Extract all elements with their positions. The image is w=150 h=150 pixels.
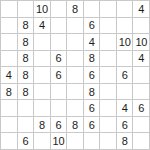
empty-cell[interactable] [67,84,83,100]
empty-cell[interactable] [133,117,149,133]
clue-cell: 6 [84,18,100,34]
empty-cell[interactable] [100,67,116,83]
clue-cell: 4 [34,18,50,34]
clue-cell: 10 [51,133,67,149]
empty-cell[interactable] [100,100,116,116]
empty-cell[interactable] [133,18,149,34]
clue-cell: 4 [84,34,100,50]
clue-cell: 10 [117,34,133,50]
clue-cell: 8 [1,84,17,100]
clue-cell: 6 [51,51,67,67]
clue-cell: 8 [67,1,83,17]
empty-cell[interactable] [84,133,100,149]
empty-cell[interactable] [133,67,149,83]
empty-cell[interactable] [1,117,17,133]
empty-cell[interactable] [18,100,34,116]
clue-cell: 8 [84,51,100,67]
empty-cell[interactable] [67,67,83,83]
clue-cell: 6 [117,117,133,133]
empty-cell[interactable] [34,51,50,67]
empty-cell[interactable] [51,100,67,116]
empty-cell[interactable] [51,1,67,17]
clue-cell: 8 [67,117,83,133]
empty-cell[interactable] [117,18,133,34]
empty-cell[interactable] [100,51,116,67]
empty-cell[interactable] [51,34,67,50]
empty-cell[interactable] [34,34,50,50]
puzzle-board: 1084846841010868448666888646868666108 [0,0,150,150]
clue-cell: 4 [133,1,149,17]
empty-cell[interactable] [117,1,133,17]
empty-cell[interactable] [67,133,83,149]
empty-cell[interactable] [67,18,83,34]
clue-cell: 4 [117,100,133,116]
empty-cell[interactable] [117,51,133,67]
empty-cell[interactable] [51,84,67,100]
empty-cell[interactable] [133,84,149,100]
clue-cell: 6 [84,100,100,116]
empty-cell[interactable] [1,1,17,17]
clue-cell: 10 [133,34,149,50]
empty-cell[interactable] [18,1,34,17]
clue-cell: 8 [34,117,50,133]
clue-cell: 6 [117,67,133,83]
empty-cell[interactable] [133,133,149,149]
empty-cell[interactable] [100,84,116,100]
clue-cell: 4 [1,67,17,83]
empty-cell[interactable] [67,34,83,50]
empty-cell[interactable] [34,84,50,100]
clue-cell: 8 [18,84,34,100]
empty-cell[interactable] [34,100,50,116]
clue-cell: 8 [18,18,34,34]
clue-cell: 6 [133,100,149,116]
empty-cell[interactable] [1,51,17,67]
clue-cell: 8 [18,67,34,83]
empty-cell[interactable] [1,133,17,149]
empty-cell[interactable] [100,34,116,50]
empty-cell[interactable] [100,18,116,34]
clue-cell: 4 [133,51,149,67]
clue-cell: 10 [34,1,50,17]
clue-cell: 8 [18,34,34,50]
empty-cell[interactable] [1,18,17,34]
clue-cell: 6 [84,117,100,133]
empty-cell[interactable] [67,100,83,116]
clue-cell: 8 [84,84,100,100]
empty-cell[interactable] [100,117,116,133]
empty-cell[interactable] [34,67,50,83]
clue-cell: 6 [84,67,100,83]
empty-cell[interactable] [1,100,17,116]
clue-cell: 6 [51,117,67,133]
empty-cell[interactable] [18,117,34,133]
empty-cell[interactable] [100,1,116,17]
clue-cell: 8 [117,133,133,149]
clue-cell: 8 [18,51,34,67]
clue-cell: 6 [18,133,34,149]
empty-cell[interactable] [34,133,50,149]
clue-cell: 6 [51,67,67,83]
empty-cell[interactable] [84,1,100,17]
empty-cell[interactable] [100,133,116,149]
empty-cell[interactable] [117,84,133,100]
empty-cell[interactable] [1,34,17,50]
empty-cell[interactable] [51,18,67,34]
puzzle-page: 1084846841010868448666888646868666108 [0,0,150,150]
empty-cell[interactable] [67,51,83,67]
